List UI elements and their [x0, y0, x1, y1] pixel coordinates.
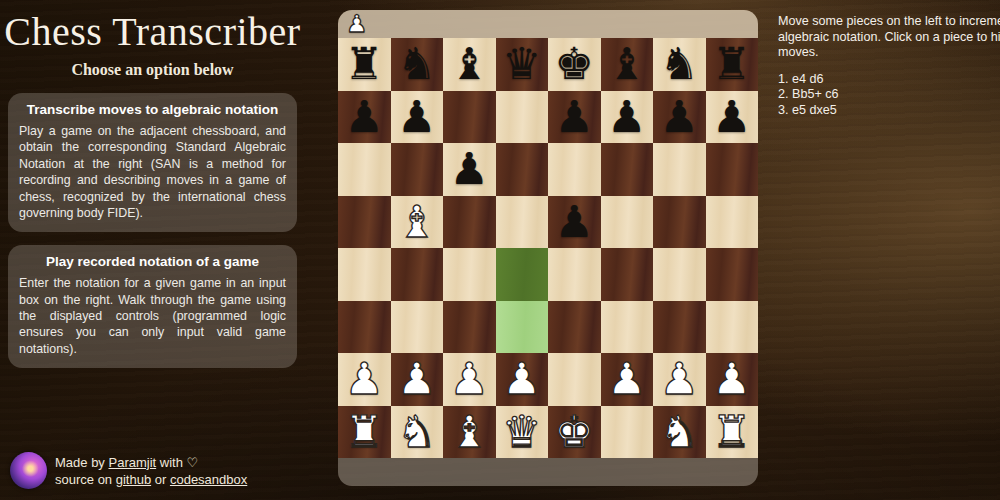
black-pawn-c6[interactable]: ♟	[450, 143, 489, 195]
square-h4[interactable]	[706, 248, 759, 301]
white-bishop-c1[interactable]: ♝	[450, 406, 489, 458]
square-a3[interactable]	[338, 301, 391, 354]
github-link[interactable]: github	[116, 472, 151, 487]
white-knight-b1[interactable]: ♞	[397, 406, 436, 458]
square-d5[interactable]	[496, 196, 549, 249]
square-a5[interactable]	[338, 196, 391, 249]
square-g5[interactable]	[653, 196, 706, 249]
square-h2[interactable]: ♟	[706, 353, 759, 406]
made-by-line: Made by Paramjit with ♡	[55, 454, 247, 471]
square-d6[interactable]	[496, 143, 549, 196]
white-pawn-c2[interactable]: ♟	[450, 353, 489, 405]
square-d2[interactable]: ♟	[496, 353, 549, 406]
black-rook-a8[interactable]: ♜	[345, 38, 384, 90]
white-knight-g1[interactable]: ♞	[660, 406, 699, 458]
square-e5[interactable]: ♟	[548, 196, 601, 249]
square-d7[interactable]	[496, 91, 549, 144]
square-e2[interactable]	[548, 353, 601, 406]
square-e6[interactable]	[548, 143, 601, 196]
square-c8[interactable]: ♝	[443, 38, 496, 91]
square-f3[interactable]	[601, 301, 654, 354]
white-queen-d1[interactable]: ♛	[502, 406, 541, 458]
captured-pieces-tray-top: ♟	[338, 10, 758, 38]
square-a1[interactable]: ♜	[338, 406, 391, 459]
footer: Made by Paramjit with ♡ source on github…	[10, 452, 310, 489]
black-pawn-h7[interactable]: ♟	[712, 91, 751, 143]
square-f5[interactable]	[601, 196, 654, 249]
made-by-prefix: Made by	[55, 455, 108, 470]
black-pawn-f7[interactable]: ♟	[607, 91, 646, 143]
square-h5[interactable]	[706, 196, 759, 249]
square-b5[interactable]: ♝	[391, 196, 444, 249]
square-f7[interactable]: ♟	[601, 91, 654, 144]
white-pawn-a2[interactable]: ♟	[345, 353, 384, 405]
board-column: ♟ ♜♞♝♛♚♝♞♜♟♟♟♟♟♟♟♝♟♟♟♟♟♟♟♟♜♞♝♛♚♞♜	[338, 10, 758, 486]
square-e3[interactable]	[548, 301, 601, 354]
captured-pieces-tray-bottom	[338, 458, 758, 486]
source-mid: or	[151, 472, 170, 487]
white-rook-h1[interactable]: ♜	[712, 406, 751, 458]
left-panel: Chess Transcriber Choose an option below…	[0, 0, 305, 368]
option-card-play-notation-heading: Play recorded notation of a game	[19, 254, 286, 269]
square-f2[interactable]: ♟	[601, 353, 654, 406]
square-a8[interactable]: ♜	[338, 38, 391, 91]
square-h7[interactable]: ♟	[706, 91, 759, 144]
square-h1[interactable]: ♜	[706, 406, 759, 459]
heart-icon: with ♡	[156, 455, 198, 470]
square-d4[interactable]	[496, 248, 549, 301]
square-c6[interactable]: ♟	[443, 143, 496, 196]
square-e8[interactable]: ♚	[548, 38, 601, 91]
square-d1[interactable]: ♛	[496, 406, 549, 459]
instructions-line: moves.	[778, 45, 1000, 61]
square-a2[interactable]: ♟	[338, 353, 391, 406]
white-pawn-g2[interactable]: ♟	[660, 353, 699, 405]
square-a4[interactable]	[338, 248, 391, 301]
square-g2[interactable]: ♟	[653, 353, 706, 406]
white-bishop-b5[interactable]: ♝	[397, 196, 436, 248]
square-h3[interactable]	[706, 301, 759, 354]
square-b4[interactable]	[391, 248, 444, 301]
black-pawn-a7[interactable]: ♟	[345, 91, 384, 143]
square-a6[interactable]	[338, 143, 391, 196]
square-c2[interactable]: ♟	[443, 353, 496, 406]
instructions-line: algebraic notation. Click on a piece to …	[778, 30, 1000, 46]
square-b1[interactable]: ♞	[391, 406, 444, 459]
move-entry: 1. e4 d6	[778, 72, 1000, 88]
black-king-e8[interactable]: ♚	[555, 38, 594, 90]
square-b3[interactable]	[391, 301, 444, 354]
option-card-transcribe-heading: Transcribe moves to algebraic notation	[19, 102, 286, 117]
black-knight-g8[interactable]: ♞	[660, 38, 699, 90]
square-c7[interactable]	[443, 91, 496, 144]
source-prefix: source on	[55, 472, 116, 487]
black-bishop-c8[interactable]: ♝	[450, 38, 489, 90]
black-bishop-f8[interactable]: ♝	[607, 38, 646, 90]
square-d3[interactable]	[496, 301, 549, 354]
white-pawn-h2[interactable]: ♟	[712, 353, 751, 405]
footer-text: Made by Paramjit with ♡ source on github…	[55, 454, 247, 488]
option-card-play-notation[interactable]: Play recorded notation of a game Enter t…	[8, 245, 297, 368]
option-card-play-notation-body: Enter the notation for a given game in a…	[19, 275, 286, 357]
white-king-e1[interactable]: ♚	[555, 406, 594, 458]
white-pawn-d2[interactable]: ♟	[502, 353, 541, 405]
black-pawn-b7[interactable]: ♟	[397, 91, 436, 143]
square-e7[interactable]: ♟	[548, 91, 601, 144]
square-g3[interactable]	[653, 301, 706, 354]
square-c4[interactable]	[443, 248, 496, 301]
square-c5[interactable]	[443, 196, 496, 249]
option-card-transcribe-body: Play a game on the adjacent chessboard, …	[19, 123, 286, 221]
option-card-transcribe[interactable]: Transcribe moves to algebraic notation P…	[8, 93, 297, 232]
black-pawn-g7[interactable]: ♟	[660, 91, 699, 143]
square-h6[interactable]	[706, 143, 759, 196]
square-c3[interactable]	[443, 301, 496, 354]
square-e1[interactable]: ♚	[548, 406, 601, 459]
codesandbox-link[interactable]: codesandbox	[170, 472, 247, 487]
white-pawn-b2[interactable]: ♟	[397, 353, 436, 405]
square-d8[interactable]: ♛	[496, 38, 549, 91]
instructions-line: Move some pieces on the left to incremen…	[778, 14, 1000, 30]
move-list: 1. e4 d6 2. Bb5+ c6 3. e5 dxe5	[778, 72, 1000, 119]
instructions-text: Move some pieces on the left to incremen…	[778, 14, 1000, 61]
square-e4[interactable]	[548, 248, 601, 301]
square-b6[interactable]	[391, 143, 444, 196]
move-entry: 3. e5 dxe5	[778, 103, 1000, 119]
square-g8[interactable]: ♞	[653, 38, 706, 91]
square-g1[interactable]: ♞	[653, 406, 706, 459]
white-pawn-f2[interactable]: ♟	[607, 353, 646, 405]
square-f1[interactable]	[601, 406, 654, 459]
square-g6[interactable]	[653, 143, 706, 196]
black-pawn-e7[interactable]: ♟	[555, 91, 594, 143]
author-link[interactable]: Paramjit	[108, 455, 156, 470]
square-f4[interactable]	[601, 248, 654, 301]
page-title: Chess Transcriber	[0, 8, 305, 55]
square-a7[interactable]: ♟	[338, 91, 391, 144]
square-g4[interactable]	[653, 248, 706, 301]
captured-white-pawn-icon: ♟	[346, 10, 368, 38]
square-g7[interactable]: ♟	[653, 91, 706, 144]
black-queen-d8[interactable]: ♛	[502, 38, 541, 90]
move-entry: 2. Bb5+ c6	[778, 87, 1000, 103]
square-h8[interactable]: ♜	[706, 38, 759, 91]
square-b8[interactable]: ♞	[391, 38, 444, 91]
white-rook-a1[interactable]: ♜	[345, 406, 384, 458]
square-b7[interactable]: ♟	[391, 91, 444, 144]
right-panel: Move some pieces on the left to incremen…	[778, 14, 1000, 118]
chess-board[interactable]: ♜♞♝♛♚♝♞♜♟♟♟♟♟♟♟♝♟♟♟♟♟♟♟♟♜♞♝♛♚♞♜	[338, 38, 758, 458]
square-f8[interactable]: ♝	[601, 38, 654, 91]
page-subtitle: Choose an option below	[0, 61, 305, 79]
black-pawn-e5[interactable]: ♟	[555, 196, 594, 248]
black-knight-b8[interactable]: ♞	[397, 38, 436, 90]
source-line: source on github or codesandbox	[55, 471, 247, 488]
square-c1[interactable]: ♝	[443, 406, 496, 459]
square-f6[interactable]	[601, 143, 654, 196]
square-b2[interactable]: ♟	[391, 353, 444, 406]
black-rook-h8[interactable]: ♜	[712, 38, 751, 90]
author-avatar	[10, 452, 47, 489]
